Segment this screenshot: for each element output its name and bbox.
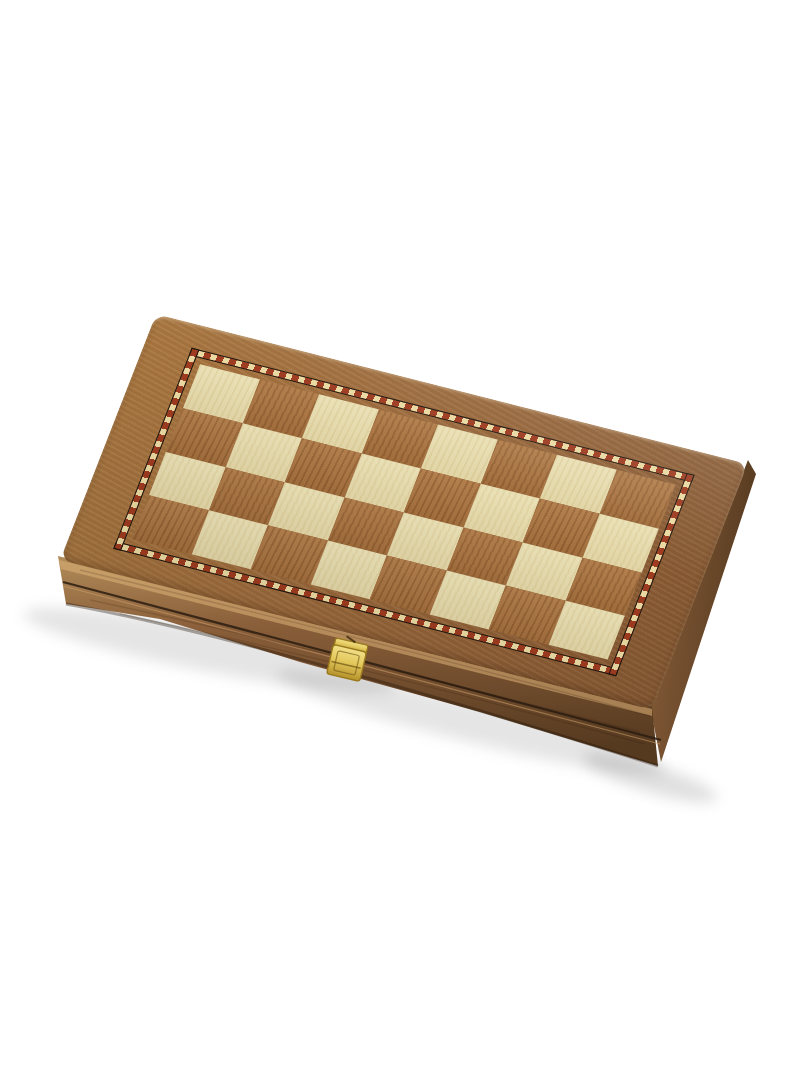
photo-canvas <box>0 0 800 1091</box>
